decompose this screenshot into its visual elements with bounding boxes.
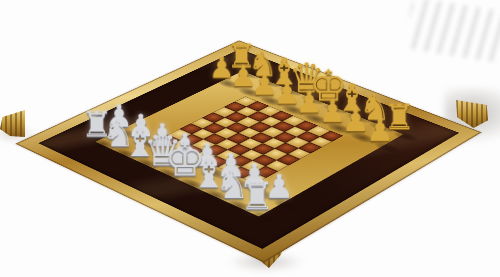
piece-shadow-streaks [405, 0, 500, 63]
chess-board[interactable]: ♜♞♝♛♚♝♞♜♟♟♟♟♟♟♟♟♟♟♟♟♟♟♟♟♜♞♝♛♚♝♞♜ [15, 40, 481, 262]
chess-set-photo: ♜♞♝♛♚♝♞♜♟♟♟♟♟♟♟♟♟♟♟♟♟♟♟♟♜♞♝♛♚♝♞♜ [0, 0, 500, 277]
corner-foot-west [0, 110, 25, 137]
